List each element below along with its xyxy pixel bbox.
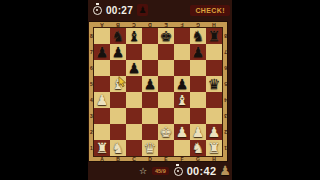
square-a7[interactable]: ♟ xyxy=(94,44,110,60)
rank-label-left-8: 8 xyxy=(89,28,94,44)
file-label-top-a: A xyxy=(94,22,110,28)
rank-label-right-8: 8 xyxy=(223,28,228,44)
square-f4[interactable]: ♝ xyxy=(174,92,190,108)
square-a3[interactable] xyxy=(94,108,110,124)
square-g7[interactable]: ♟ xyxy=(190,44,206,60)
file-label-top-d: D xyxy=(142,22,158,28)
square-e8[interactable]: ♚ xyxy=(158,28,174,44)
piece-white-queen: ♛ xyxy=(142,140,158,156)
square-c6[interactable]: ♟ xyxy=(126,60,142,76)
square-a1[interactable]: ♜ xyxy=(94,140,110,156)
square-h2[interactable]: ♟ xyxy=(206,124,222,140)
rank-label-right-5: 5 xyxy=(223,76,228,92)
square-h5[interactable]: ♛ xyxy=(206,76,222,92)
square-h1[interactable]: ♜ xyxy=(206,140,222,156)
square-b3[interactable] xyxy=(110,108,126,124)
file-label-top-f: F xyxy=(174,22,190,28)
square-g2[interactable]: ♟ xyxy=(190,124,206,140)
board-frame: ♞♝♚♞♜♟♟♟♟♝♟♟♛♟♝♚♟♟♟♜♞♛♞♜ AABBCCDDEEFFGGH… xyxy=(88,21,228,162)
piece-black-knight: ♞ xyxy=(110,28,126,44)
white-pawn-icon: ♟ xyxy=(219,162,231,180)
piece-black-pawn: ♟ xyxy=(110,44,126,60)
rank-label-right-1: 1 xyxy=(223,140,228,156)
piece-black-knight: ♞ xyxy=(190,28,206,44)
rank-label-left-4: 4 xyxy=(89,92,94,108)
piece-black-pawn: ♟ xyxy=(174,76,190,92)
star-icon[interactable]: ☆ xyxy=(139,162,147,180)
file-label-top-h: H xyxy=(206,22,222,28)
file-label-top-g: G xyxy=(190,22,206,28)
square-b2[interactable] xyxy=(110,124,126,140)
square-g4[interactable] xyxy=(190,92,206,108)
rank-label-right-4: 4 xyxy=(223,92,228,108)
rank-label-right-2: 2 xyxy=(223,124,228,140)
black-pawn-icon: ♟ xyxy=(139,4,147,16)
square-g5[interactable] xyxy=(190,76,206,92)
square-b4[interactable] xyxy=(110,92,126,108)
piece-black-pawn: ♟ xyxy=(142,76,158,92)
square-f5[interactable]: ♟ xyxy=(174,76,190,92)
file-label-top-b: B xyxy=(110,22,126,28)
piece-black-king: ♚ xyxy=(158,28,174,44)
square-c5[interactable] xyxy=(126,76,142,92)
square-f8[interactable] xyxy=(174,28,190,44)
square-e1[interactable] xyxy=(158,140,174,156)
chess-app: 00:27 ♟ CHECK! ♞♝♚♞♜♟♟♟♟♝♟♟♛♟♝♚♟♟♟♜♞♛♞♜ … xyxy=(88,0,232,180)
square-d2[interactable] xyxy=(142,124,158,140)
piece-white-pawn: ♟ xyxy=(206,124,222,140)
square-f7[interactable] xyxy=(174,44,190,60)
chess-board: ♞♝♚♞♜♟♟♟♟♝♟♟♛♟♝♚♟♟♟♜♞♛♞♜ xyxy=(94,28,222,156)
square-e3[interactable] xyxy=(158,108,174,124)
rank-label-left-3: 3 xyxy=(89,108,94,124)
square-d1[interactable]: ♛ xyxy=(142,140,158,156)
square-a6[interactable] xyxy=(94,60,110,76)
rank-label-left-6: 6 xyxy=(89,60,94,76)
square-d4[interactable] xyxy=(142,92,158,108)
check-badge: CHECK! xyxy=(190,5,230,16)
piece-white-knight: ♞ xyxy=(110,140,126,156)
piece-white-knight: ♞ xyxy=(190,140,206,156)
rank-label-right-6: 6 xyxy=(223,60,228,76)
top-bar: 00:27 ♟ CHECK! xyxy=(88,0,232,20)
piece-white-pawn: ♟ xyxy=(190,124,206,140)
square-h6[interactable] xyxy=(206,60,222,76)
piece-black-pawn: ♟ xyxy=(94,44,110,60)
square-b7[interactable]: ♟ xyxy=(110,44,126,60)
square-d8[interactable] xyxy=(142,28,158,44)
file-label-top-c: C xyxy=(126,22,142,28)
square-b8[interactable]: ♞ xyxy=(110,28,126,44)
square-e7[interactable] xyxy=(158,44,174,60)
move-counter-badge: 45/9 xyxy=(152,167,169,175)
piece-black-bishop: ♝ xyxy=(126,28,142,44)
piece-white-rook: ♜ xyxy=(94,140,110,156)
square-g1[interactable]: ♞ xyxy=(190,140,206,156)
letterbox-left xyxy=(0,0,88,180)
white-timer: 00:42 xyxy=(187,165,217,177)
square-h8[interactable]: ♜ xyxy=(206,28,222,44)
square-h3[interactable] xyxy=(206,108,222,124)
square-a2[interactable] xyxy=(94,124,110,140)
square-g6[interactable] xyxy=(190,60,206,76)
square-c8[interactable]: ♝ xyxy=(126,28,142,44)
square-c3[interactable] xyxy=(126,108,142,124)
piece-black-pawn: ♟ xyxy=(190,44,206,60)
square-h7[interactable] xyxy=(206,44,222,60)
square-a8[interactable] xyxy=(94,28,110,44)
square-b1[interactable]: ♞ xyxy=(110,140,126,156)
rank-label-left-1: 1 xyxy=(89,140,94,156)
square-c4[interactable] xyxy=(126,92,142,108)
file-label-top-e: E xyxy=(158,22,174,28)
square-f2[interactable]: ♟ xyxy=(174,124,190,140)
piece-black-queen: ♛ xyxy=(206,76,222,92)
square-d5[interactable]: ♟ xyxy=(142,76,158,92)
square-h4[interactable] xyxy=(206,92,222,108)
piece-black-rook: ♜ xyxy=(206,28,222,44)
piece-white-bishop: ♝ xyxy=(174,92,190,108)
letterbox-right xyxy=(232,0,320,180)
rank-label-right-3: 3 xyxy=(223,108,228,124)
black-piece-chip: ♟ xyxy=(137,4,148,16)
square-c7[interactable] xyxy=(126,44,142,60)
piece-white-rook: ♜ xyxy=(206,140,222,156)
piece-white-pawn: ♟ xyxy=(94,92,110,108)
piece-white-king: ♚ xyxy=(158,124,174,140)
rank-label-left-5: 5 xyxy=(89,76,94,92)
square-e2[interactable]: ♚ xyxy=(158,124,174,140)
piece-white-pawn: ♟ xyxy=(174,124,190,140)
stopwatch-icon xyxy=(93,6,102,15)
stopwatch-icon xyxy=(174,167,183,176)
square-c1[interactable] xyxy=(126,140,142,156)
piece-black-pawn: ♟ xyxy=(126,60,142,76)
square-b6[interactable] xyxy=(110,60,126,76)
square-g8[interactable]: ♞ xyxy=(190,28,206,44)
rank-label-right-7: 7 xyxy=(223,44,228,60)
square-e5[interactable] xyxy=(158,76,174,92)
bottom-bar: ☆ 45/9 00:42 ♟ xyxy=(88,162,232,180)
square-f6[interactable] xyxy=(174,60,190,76)
square-d7[interactable] xyxy=(142,44,158,60)
square-a5[interactable] xyxy=(94,76,110,92)
rank-label-left-7: 7 xyxy=(89,44,94,60)
square-e4[interactable] xyxy=(158,92,174,108)
square-f1[interactable] xyxy=(174,140,190,156)
rank-label-left-2: 2 xyxy=(89,124,94,140)
square-c2[interactable] xyxy=(126,124,142,140)
square-d6[interactable] xyxy=(142,60,158,76)
square-g3[interactable] xyxy=(190,108,206,124)
black-timer: 00:27 xyxy=(106,5,133,16)
screenshot-stage: 00:27 ♟ CHECK! ♞♝♚♞♜♟♟♟♟♝♟♟♛♟♝♚♟♟♟♜♞♛♞♜ … xyxy=(0,0,320,180)
mouse-cursor-icon xyxy=(118,76,127,88)
square-a4[interactable]: ♟ xyxy=(94,92,110,108)
square-d3[interactable] xyxy=(142,108,158,124)
square-f3[interactable] xyxy=(174,108,190,124)
square-e6[interactable] xyxy=(158,60,174,76)
